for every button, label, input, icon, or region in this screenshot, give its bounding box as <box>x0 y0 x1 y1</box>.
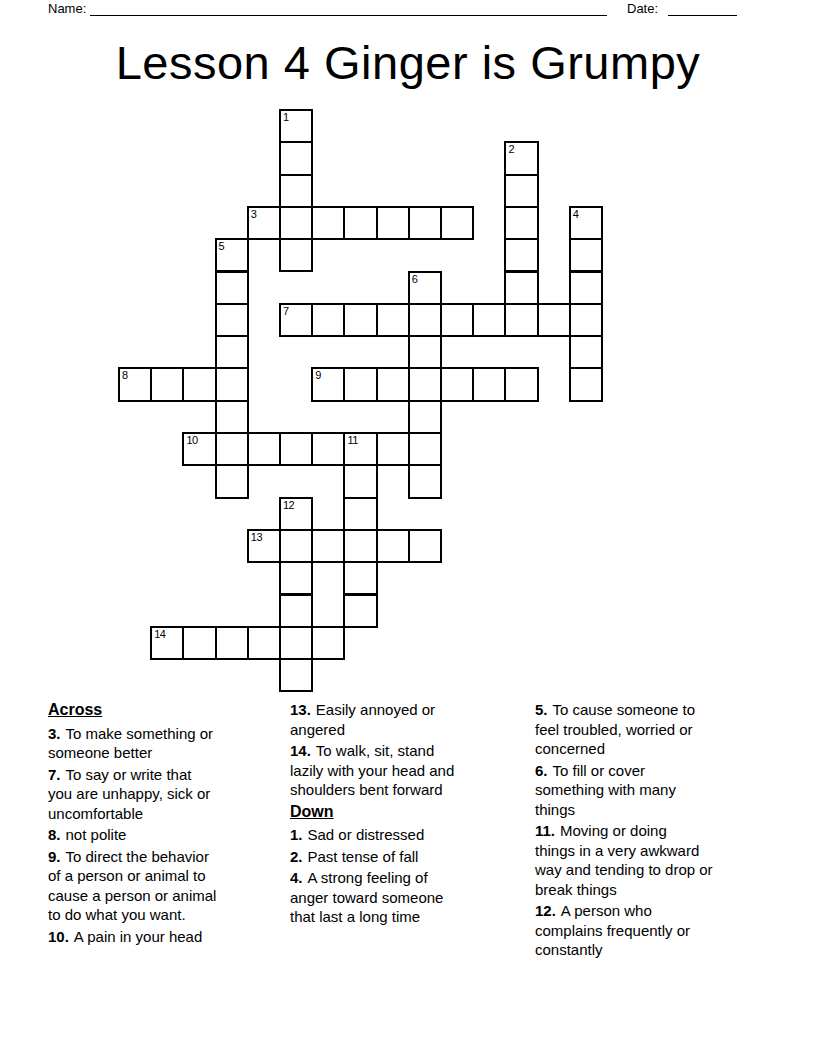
clue-number-12: 12 <box>283 500 294 511</box>
grid-cell-r3c4[interactable]: 3 <box>247 206 281 240</box>
clue-down-5: 5.To cause someone to feel troubled, wor… <box>535 700 777 759</box>
clue-across-3: 3.To make something or someone better <box>48 724 286 763</box>
grid-cell-r3c9[interactable] <box>408 206 442 240</box>
grid-cell-r10c3[interactable] <box>215 432 249 466</box>
clue-across-14-text: To walk, sit, stand lazily with your hea… <box>290 742 454 798</box>
clue-down-1-text: Sad or distressed <box>308 826 425 843</box>
grid-cell-r11c9[interactable] <box>408 464 442 498</box>
grid-cell-r5c9[interactable]: 6 <box>408 271 442 305</box>
grid-cell-r6c6[interactable] <box>311 303 345 337</box>
grid-cell-r16c6[interactable] <box>311 626 345 660</box>
clue-across-8-number: 8. <box>48 826 61 843</box>
grid-cell-r8c9[interactable] <box>408 367 442 401</box>
clue-down-6-text: To fill or cover something with many thi… <box>535 762 676 818</box>
grid-cell-r13c6[interactable] <box>311 529 345 563</box>
grid-cell-r6c3[interactable] <box>215 303 249 337</box>
grid-cell-r16c3[interactable] <box>215 626 249 660</box>
grid-cell-r10c9[interactable] <box>408 432 442 466</box>
grid-cell-r4c3[interactable]: 5 <box>215 238 249 272</box>
grid-cell-r4c14[interactable] <box>569 238 603 272</box>
grid-cell-r8c10[interactable] <box>440 367 474 401</box>
grid-cell-r10c2[interactable]: 10 <box>182 432 216 466</box>
grid-cell-r6c9[interactable] <box>408 303 442 337</box>
clue-down-5-text: To cause someone to feel troubled, worri… <box>535 701 695 757</box>
grid-cell-r7c9[interactable] <box>408 335 442 369</box>
clue-down-12-text: A person who complains frequently or con… <box>535 902 690 958</box>
grid-cell-r3c6[interactable] <box>311 206 345 240</box>
grid-cell-r8c6[interactable]: 9 <box>311 367 345 401</box>
grid-cell-r15c5[interactable] <box>279 594 313 628</box>
grid-cell-r10c4[interactable] <box>247 432 281 466</box>
grid-cell-r1c5[interactable] <box>279 141 313 175</box>
clue-across-7-text: To say or write that you are unhappy, si… <box>48 766 210 822</box>
clue-across-14-number: 14. <box>290 742 311 759</box>
grid-cell-r6c7[interactable] <box>343 303 377 337</box>
clue-down-4-number: 4. <box>290 869 303 886</box>
clue-down-12-number: 12. <box>535 902 556 919</box>
grid-cell-r15c7[interactable] <box>343 594 377 628</box>
grid-cell-r8c0[interactable]: 8 <box>118 367 152 401</box>
grid-cell-r16c2[interactable] <box>182 626 216 660</box>
grid-cell-r10c6[interactable] <box>311 432 345 466</box>
grid-cell-r3c8[interactable] <box>376 206 410 240</box>
clue-number-9: 9 <box>315 370 321 381</box>
clue-down-11-text: Moving or doing things in a very awkward… <box>535 822 713 898</box>
grid-cell-r3c5[interactable] <box>279 206 313 240</box>
clue-down-2: 2.Past tense of fall <box>290 847 530 867</box>
clue-number-4: 4 <box>573 209 579 220</box>
clue-down-1-number: 1. <box>290 826 303 843</box>
clue-across-13-text: Easily annoyed or angered <box>290 701 435 738</box>
crossword-grid: 1234567891011121314 <box>0 0 816 700</box>
clue-number-3: 3 <box>251 209 257 220</box>
clue-across-3-number: 3. <box>48 725 61 742</box>
clue-column-2: 13.Easily annoyed or angered14.To walk, … <box>290 700 530 929</box>
clue-down-5-number: 5. <box>535 701 548 718</box>
grid-cell-r8c1[interactable] <box>150 367 184 401</box>
grid-cell-r8c14[interactable] <box>569 367 603 401</box>
clue-number-10: 10 <box>186 435 197 446</box>
grid-cell-r13c8[interactable] <box>376 529 410 563</box>
clue-across-7: 7.To say or write that you are unhappy, … <box>48 765 286 824</box>
grid-cell-r10c7[interactable]: 11 <box>343 432 377 466</box>
grid-cell-r5c12[interactable] <box>504 271 538 305</box>
grid-cell-r14c7[interactable] <box>343 561 377 595</box>
grid-cell-r2c12[interactable] <box>504 174 538 208</box>
clue-across-9: 9.To direct the behavior of a person or … <box>48 847 286 925</box>
grid-cell-r9c9[interactable] <box>408 400 442 434</box>
clue-across-8-text: not polite <box>66 826 127 843</box>
grid-cell-r8c11[interactable] <box>472 367 506 401</box>
grid-cell-r6c13[interactable] <box>537 303 571 337</box>
clue-down-12: 12.A person who complains frequently or … <box>535 901 777 960</box>
clue-down-2-number: 2. <box>290 848 303 865</box>
grid-cell-r5c3[interactable] <box>215 271 249 305</box>
grid-cell-r16c4[interactable] <box>247 626 281 660</box>
grid-cell-r8c2[interactable] <box>182 367 216 401</box>
grid-cell-r12c7[interactable] <box>343 497 377 531</box>
grid-cell-r4c12[interactable] <box>504 238 538 272</box>
clue-across-13-number: 13. <box>290 701 311 718</box>
grid-cell-r3c10[interactable] <box>440 206 474 240</box>
clue-down-11-number: 11. <box>535 822 555 839</box>
grid-cell-r12c5[interactable]: 12 <box>279 497 313 531</box>
clue-number-14: 14 <box>154 629 165 640</box>
clue-across-9-number: 9. <box>48 848 61 865</box>
grid-cell-r0c5[interactable]: 1 <box>279 109 313 143</box>
grid-cell-r6c10[interactable] <box>440 303 474 337</box>
grid-cell-r13c9[interactable] <box>408 529 442 563</box>
clue-across-10-number: 10. <box>48 928 69 945</box>
clue-down-4-text: A strong feeling of anger toward someone… <box>290 869 443 925</box>
grid-cell-r10c8[interactable] <box>376 432 410 466</box>
clue-across-14: 14.To walk, sit, stand lazily with your … <box>290 741 530 800</box>
clue-column-1: Across3.To make something or someone bet… <box>48 700 286 948</box>
grid-cell-r8c12[interactable] <box>504 367 538 401</box>
grid-cell-r13c7[interactable] <box>343 529 377 563</box>
grid-cell-r1c12[interactable]: 2 <box>504 141 538 175</box>
grid-cell-r7c14[interactable] <box>569 335 603 369</box>
grid-cell-r10c5[interactable] <box>279 432 313 466</box>
grid-cell-r14c5[interactable] <box>279 561 313 595</box>
grid-cell-r16c5[interactable] <box>279 626 313 660</box>
grid-cell-r6c14[interactable] <box>569 303 603 337</box>
clue-down-11: 11.Moving or doing things in a very awkw… <box>535 821 777 899</box>
clue-number-8: 8 <box>122 370 128 381</box>
grid-cell-r6c8[interactable] <box>376 303 410 337</box>
clue-across-10: 10.A pain in your head <box>48 927 286 947</box>
clue-across-7-number: 7. <box>48 766 61 783</box>
grid-cell-r3c7[interactable] <box>343 206 377 240</box>
clue-column-3: 5.To cause someone to feel troubled, wor… <box>535 700 777 962</box>
grid-cell-r3c14[interactable]: 4 <box>569 206 603 240</box>
clue-across-9-text: To direct the behavior of a person or an… <box>48 848 216 924</box>
clue-down-4: 4.A strong feeling of anger toward someo… <box>290 868 530 927</box>
down-heading: Down <box>290 802 530 822</box>
clue-number-1: 1 <box>283 112 289 123</box>
grid-cell-r13c5[interactable] <box>279 529 313 563</box>
clue-across-13: 13.Easily annoyed or angered <box>290 700 530 739</box>
grid-cell-r11c7[interactable] <box>343 464 377 498</box>
clue-across-3-text: To make something or someone better <box>48 725 213 762</box>
grid-cell-r6c12[interactable] <box>504 303 538 337</box>
grid-cell-r8c3[interactable] <box>215 367 249 401</box>
clue-down-6: 6.To fill or cover something with many t… <box>535 761 777 820</box>
grid-cell-r9c3[interactable] <box>215 400 249 434</box>
grid-cell-r16c1[interactable]: 14 <box>150 626 184 660</box>
grid-cell-r5c14[interactable] <box>569 271 603 305</box>
clue-across-8: 8.not polite <box>48 825 286 845</box>
grid-cell-r13c4[interactable]: 13 <box>247 529 281 563</box>
grid-cell-r8c8[interactable] <box>376 367 410 401</box>
grid-cell-r6c11[interactable] <box>472 303 506 337</box>
grid-cell-r8c7[interactable] <box>343 367 377 401</box>
clue-number-7: 7 <box>283 306 289 317</box>
across-heading: Across <box>48 700 286 720</box>
worksheet-page: Name: Date: Lesson 4 Ginger is Grumpy 12… <box>0 0 816 1056</box>
grid-cell-r17c5[interactable] <box>279 658 313 692</box>
grid-cell-r6c5[interactable]: 7 <box>279 303 313 337</box>
clue-number-5: 5 <box>219 241 225 252</box>
clue-down-6-number: 6. <box>535 762 548 779</box>
grid-cell-r2c5[interactable] <box>279 174 313 208</box>
clue-number-11: 11 <box>347 435 357 446</box>
clue-number-2: 2 <box>508 144 514 155</box>
clue-number-13: 13 <box>251 532 262 543</box>
grid-cell-r3c12[interactable] <box>504 206 538 240</box>
grid-cell-r11c3[interactable] <box>215 464 249 498</box>
grid-cell-r7c3[interactable] <box>215 335 249 369</box>
clue-across-10-text: A pain in your head <box>74 928 202 945</box>
clue-number-6: 6 <box>412 274 418 285</box>
grid-cell-r4c5[interactable] <box>279 238 313 272</box>
clue-down-1: 1.Sad or distressed <box>290 825 530 845</box>
clue-down-2-text: Past tense of fall <box>308 848 419 865</box>
